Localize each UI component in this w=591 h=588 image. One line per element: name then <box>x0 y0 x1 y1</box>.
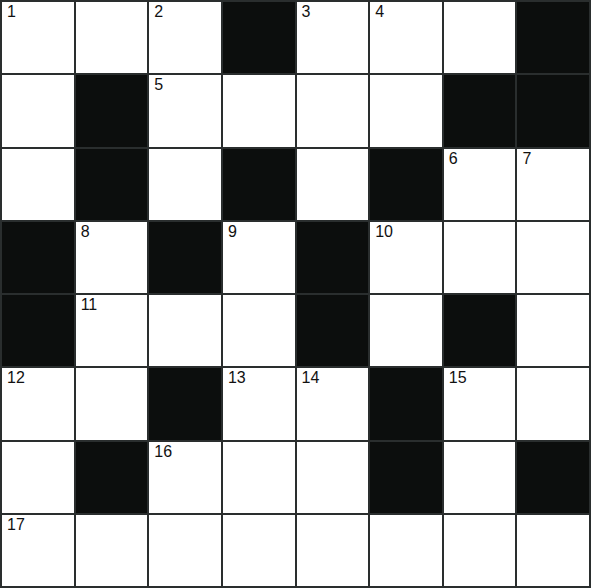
cell-r8c7[interactable] <box>444 515 516 586</box>
cell-r5c3[interactable] <box>149 295 221 366</box>
cell-r1c8 <box>517 2 589 73</box>
cell-r6c6 <box>370 368 442 439</box>
clue-number: 5 <box>154 76 163 94</box>
cell-r2c5[interactable] <box>297 75 369 146</box>
cell-r3c2 <box>76 149 148 220</box>
cell-r8c4[interactable] <box>223 515 295 586</box>
cell-r8c2[interactable] <box>76 515 148 586</box>
cell-r7c2 <box>76 442 148 513</box>
crossword-board: 1234567891011121314151617 <box>0 0 591 588</box>
cell-r8c5[interactable] <box>297 515 369 586</box>
clue-number: 14 <box>302 369 320 387</box>
cell-r2c8 <box>517 75 589 146</box>
clue-number: 9 <box>228 223 237 241</box>
cell-r5c7 <box>444 295 516 366</box>
cell-r8c3[interactable] <box>149 515 221 586</box>
cell-r4c3 <box>149 222 221 293</box>
cell-r2c4[interactable] <box>223 75 295 146</box>
cell-r2c6[interactable] <box>370 75 442 146</box>
cell-r6c2[interactable] <box>76 368 148 439</box>
cell-r4c1 <box>2 222 74 293</box>
clue-number: 11 <box>81 296 98 314</box>
crossword-grid: 1234567891011121314151617 <box>0 0 591 588</box>
cell-r1c2[interactable] <box>76 2 148 73</box>
clue-number: 8 <box>81 223 90 241</box>
cell-r3c4 <box>223 149 295 220</box>
cell-r1c3[interactable]: 2 <box>149 2 221 73</box>
clue-number: 6 <box>449 150 458 168</box>
clue-number: 12 <box>7 369 25 387</box>
cell-r6c1[interactable]: 12 <box>2 368 74 439</box>
cell-r6c8[interactable] <box>517 368 589 439</box>
cell-r8c6[interactable] <box>370 515 442 586</box>
cell-r5c6[interactable] <box>370 295 442 366</box>
cell-r6c4[interactable]: 13 <box>223 368 295 439</box>
clue-number: 1 <box>7 3 16 21</box>
cell-r4c2[interactable]: 8 <box>76 222 148 293</box>
cell-r2c2 <box>76 75 148 146</box>
clue-number: 3 <box>302 3 311 21</box>
clue-number: 4 <box>375 3 384 21</box>
clue-number: 13 <box>228 369 246 387</box>
cell-r5c1 <box>2 295 74 366</box>
cell-r5c4[interactable] <box>223 295 295 366</box>
cell-r1c5[interactable]: 3 <box>297 2 369 73</box>
cell-r4c7[interactable] <box>444 222 516 293</box>
cell-r7c1[interactable] <box>2 442 74 513</box>
cell-r1c4 <box>223 2 295 73</box>
cell-r5c2[interactable]: 11 <box>76 295 148 366</box>
clue-number: 7 <box>522 150 531 168</box>
cell-r1c6[interactable]: 4 <box>370 2 442 73</box>
cell-r7c8 <box>517 442 589 513</box>
cell-r1c7[interactable] <box>444 2 516 73</box>
cell-r3c7[interactable]: 6 <box>444 149 516 220</box>
cell-r7c7[interactable] <box>444 442 516 513</box>
cell-r3c3[interactable] <box>149 149 221 220</box>
cell-r3c1[interactable] <box>2 149 74 220</box>
cell-r2c3[interactable]: 5 <box>149 75 221 146</box>
clue-number: 10 <box>375 223 393 241</box>
cell-r4c5 <box>297 222 369 293</box>
cell-r6c3 <box>149 368 221 439</box>
cell-r7c4[interactable] <box>223 442 295 513</box>
cell-r4c4[interactable]: 9 <box>223 222 295 293</box>
clue-number: 15 <box>449 369 467 387</box>
cell-r3c6 <box>370 149 442 220</box>
cell-r7c6 <box>370 442 442 513</box>
cell-r5c8[interactable] <box>517 295 589 366</box>
cell-r2c1[interactable] <box>2 75 74 146</box>
cell-r7c5[interactable] <box>297 442 369 513</box>
cell-r7c3[interactable]: 16 <box>149 442 221 513</box>
cell-r8c1[interactable]: 17 <box>2 515 74 586</box>
cell-r5c5 <box>297 295 369 366</box>
clue-number: 2 <box>154 3 163 21</box>
cell-r3c5[interactable] <box>297 149 369 220</box>
cell-r8c8[interactable] <box>517 515 589 586</box>
cell-r1c1[interactable]: 1 <box>2 2 74 73</box>
cell-r4c8[interactable] <box>517 222 589 293</box>
cell-r4c6[interactable]: 10 <box>370 222 442 293</box>
cell-r3c8[interactable]: 7 <box>517 149 589 220</box>
cell-r6c5[interactable]: 14 <box>297 368 369 439</box>
cell-r6c7[interactable]: 15 <box>444 368 516 439</box>
cell-r2c7 <box>444 75 516 146</box>
clue-number: 16 <box>154 443 172 461</box>
clue-number: 17 <box>7 516 25 534</box>
